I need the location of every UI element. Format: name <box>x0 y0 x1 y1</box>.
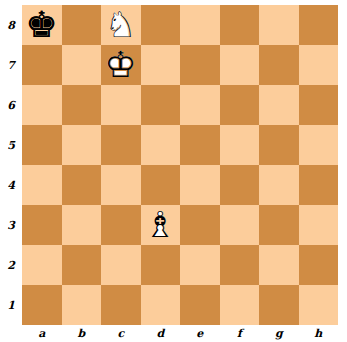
square-b7[interactable] <box>62 45 102 85</box>
square-h7[interactable] <box>299 45 339 85</box>
rank-label-2: 2 <box>0 245 22 285</box>
file-label-h: h <box>299 325 339 342</box>
square-b1[interactable] <box>62 285 102 325</box>
square-d2[interactable] <box>141 245 181 285</box>
square-f4[interactable] <box>220 165 260 205</box>
square-d8[interactable] <box>141 5 181 45</box>
square-g3[interactable] <box>259 205 299 245</box>
square-a6[interactable] <box>22 85 62 125</box>
piece-outline-glyph: ♔ <box>101 45 141 85</box>
square-h1[interactable] <box>299 285 339 325</box>
file-labels: abcdefgh <box>22 325 338 342</box>
square-c8[interactable]: ♞♘ <box>101 5 141 45</box>
square-d5[interactable] <box>141 125 181 165</box>
square-g6[interactable] <box>259 85 299 125</box>
square-c3[interactable] <box>101 205 141 245</box>
square-f5[interactable] <box>220 125 260 165</box>
square-e2[interactable] <box>180 245 220 285</box>
piece-outline-glyph: ♗ <box>141 205 181 245</box>
file-label-d: d <box>141 325 181 342</box>
square-b6[interactable] <box>62 85 102 125</box>
piece-bK-a8: ♚♚ <box>22 5 62 45</box>
square-b2[interactable] <box>62 245 102 285</box>
rank-labels: 87654321 <box>0 5 22 325</box>
piece-wN-c8: ♞♘ <box>101 5 141 45</box>
square-g4[interactable] <box>259 165 299 205</box>
piece-outline-glyph: ♘ <box>101 5 141 45</box>
square-e5[interactable] <box>180 125 220 165</box>
square-b5[interactable] <box>62 125 102 165</box>
chess-diagram: 87654321 ♚♚♞♘♚♔♝♗ abcdefgh <box>0 0 347 342</box>
square-a5[interactable] <box>22 125 62 165</box>
file-label-f: f <box>220 325 260 342</box>
square-c5[interactable] <box>101 125 141 165</box>
square-h8[interactable] <box>299 5 339 45</box>
file-label-g: g <box>259 325 299 342</box>
square-h2[interactable] <box>299 245 339 285</box>
rank-label-8: 8 <box>0 5 22 45</box>
square-d6[interactable] <box>141 85 181 125</box>
square-a4[interactable] <box>22 165 62 205</box>
square-c6[interactable] <box>101 85 141 125</box>
square-e8[interactable] <box>180 5 220 45</box>
rank-label-4: 4 <box>0 165 22 205</box>
square-a1[interactable] <box>22 285 62 325</box>
rank-label-5: 5 <box>0 125 22 165</box>
square-b8[interactable] <box>62 5 102 45</box>
square-f7[interactable] <box>220 45 260 85</box>
file-label-c: c <box>101 325 141 342</box>
square-e4[interactable] <box>180 165 220 205</box>
square-g5[interactable] <box>259 125 299 165</box>
square-a8[interactable]: ♚♚ <box>22 5 62 45</box>
square-g8[interactable] <box>259 5 299 45</box>
square-e7[interactable] <box>180 45 220 85</box>
square-g1[interactable] <box>259 285 299 325</box>
file-label-a: a <box>22 325 62 342</box>
square-d4[interactable] <box>141 165 181 205</box>
piece-wK-c7: ♚♔ <box>101 45 141 85</box>
square-c1[interactable] <box>101 285 141 325</box>
square-d7[interactable] <box>141 45 181 85</box>
file-label-b: b <box>62 325 102 342</box>
rank-label-3: 3 <box>0 205 22 245</box>
square-h4[interactable] <box>299 165 339 205</box>
square-d3[interactable]: ♝♗ <box>141 205 181 245</box>
square-f2[interactable] <box>220 245 260 285</box>
square-g7[interactable] <box>259 45 299 85</box>
square-h3[interactable] <box>299 205 339 245</box>
rank-label-7: 7 <box>0 45 22 85</box>
board: ♚♚♞♘♚♔♝♗ <box>22 5 338 325</box>
square-d1[interactable] <box>141 285 181 325</box>
square-b3[interactable] <box>62 205 102 245</box>
square-f8[interactable] <box>220 5 260 45</box>
square-c2[interactable] <box>101 245 141 285</box>
square-b4[interactable] <box>62 165 102 205</box>
piece-outline-glyph: ♚ <box>22 5 62 45</box>
square-f1[interactable] <box>220 285 260 325</box>
rank-label-6: 6 <box>0 85 22 125</box>
square-c7[interactable]: ♚♔ <box>101 45 141 85</box>
rank-label-1: 1 <box>0 285 22 325</box>
file-label-e: e <box>180 325 220 342</box>
square-h5[interactable] <box>299 125 339 165</box>
square-e3[interactable] <box>180 205 220 245</box>
square-e1[interactable] <box>180 285 220 325</box>
square-a3[interactable] <box>22 205 62 245</box>
piece-wB-d3: ♝♗ <box>141 205 181 245</box>
square-e6[interactable] <box>180 85 220 125</box>
square-f6[interactable] <box>220 85 260 125</box>
square-a2[interactable] <box>22 245 62 285</box>
square-h6[interactable] <box>299 85 339 125</box>
square-f3[interactable] <box>220 205 260 245</box>
square-c4[interactable] <box>101 165 141 205</box>
square-g2[interactable] <box>259 245 299 285</box>
square-a7[interactable] <box>22 45 62 85</box>
